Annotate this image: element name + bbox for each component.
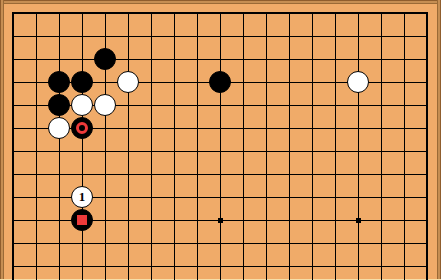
stone-black-d14[interactable] [71,117,93,139]
grid-line-vertical [36,12,37,280]
grid-line-vertical [404,12,405,280]
stone-black-d10[interactable] [71,209,93,231]
move-number-label: 1 [72,187,92,207]
grid-line-horizontal [12,243,428,244]
grid-line-vertical [289,12,290,280]
grid-line-vertical [358,12,359,280]
grid-line-vertical [266,12,267,280]
grid-line-vertical [335,12,336,280]
stone-white-d15[interactable] [71,94,93,116]
grid-line-vertical [381,12,382,280]
board-edge-left [0,0,4,280]
stone-black-d16[interactable] [71,71,93,93]
stone-black-e17[interactable] [94,48,116,70]
grid-line-horizontal [12,266,428,267]
grid-line-vertical [82,12,83,280]
grid-line-vertical [12,12,14,280]
grid-line-vertical [151,12,152,280]
grid-line-vertical [197,12,198,280]
grid-line-vertical [426,12,428,280]
stone-white-d11[interactable]: 1 [71,186,93,208]
grid-line-vertical [243,12,244,280]
stone-white-q16[interactable] [347,71,369,93]
grid-line-vertical [312,12,313,280]
grid-line-horizontal [12,59,428,60]
go-board[interactable]: 1 [0,0,441,280]
grid-line-vertical [128,12,129,280]
square-marker [77,215,87,225]
grid-line-horizontal [12,151,428,152]
star-point [356,218,361,223]
stone-white-c14[interactable] [48,117,70,139]
board-edge-top [0,0,441,4]
grid-line-vertical [174,12,175,280]
grid-line-vertical [220,12,221,280]
grid-line-vertical [59,12,60,280]
stone-white-f16[interactable] [117,71,139,93]
circle-marker [76,122,88,134]
stone-black-k16[interactable] [209,71,231,93]
grid-line-horizontal [12,12,428,14]
stone-white-e15[interactable] [94,94,116,116]
stone-black-c15[interactable] [48,94,70,116]
stone-black-c16[interactable] [48,71,70,93]
grid-line-horizontal [12,174,428,175]
star-point [218,218,223,223]
grid-line-horizontal [12,36,428,37]
board-edge-right [437,0,441,280]
